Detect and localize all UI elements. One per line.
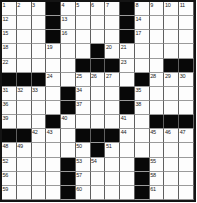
grid-cell[interactable]: 26 <box>91 73 106 87</box>
grid-cell[interactable]: 25 <box>76 73 91 87</box>
clue-number: 20 <box>106 44 112 50</box>
grid-cell[interactable]: 23 <box>120 59 135 73</box>
grid-cell[interactable]: 28 <box>150 73 165 87</box>
grid-cell[interactable] <box>120 73 135 87</box>
grid-cell[interactable] <box>76 44 91 58</box>
clue-number: 46 <box>165 129 171 135</box>
grid-cell[interactable] <box>46 59 61 73</box>
black-cell <box>2 129 17 143</box>
grid-cell[interactable]: 16 <box>61 30 76 44</box>
grid-cell[interactable]: 35 <box>135 87 150 101</box>
grid-cell[interactable] <box>32 59 47 73</box>
grid-cell[interactable] <box>105 172 120 186</box>
grid-cell[interactable]: 13 <box>61 16 76 30</box>
grid-cell[interactable]: 21 <box>120 44 135 58</box>
black-cell <box>91 129 106 143</box>
black-cell <box>135 73 150 87</box>
grid-cell[interactable]: 32 <box>17 87 32 101</box>
grid-cell[interactable] <box>61 59 76 73</box>
clue-number: 26 <box>91 73 97 79</box>
grid-cell[interactable] <box>164 158 179 172</box>
grid-cell[interactable] <box>164 101 179 115</box>
clue-number: 19 <box>47 44 53 50</box>
black-cell <box>164 59 179 73</box>
clue-number: 12 <box>3 16 9 22</box>
grid-cell[interactable]: 12 <box>2 16 17 30</box>
clue-number: 29 <box>165 73 171 79</box>
clue-number: 14 <box>135 16 141 22</box>
grid-cell[interactable]: 3 <box>32 2 47 16</box>
clue-number: 47 <box>180 129 186 135</box>
grid-cell[interactable] <box>76 16 91 30</box>
grid-cell[interactable] <box>17 59 32 73</box>
grid-cell[interactable]: 44 <box>120 129 135 143</box>
clue-number: 38 <box>135 101 141 107</box>
black-cell <box>32 73 47 87</box>
black-cell <box>17 129 32 143</box>
grid-cell[interactable] <box>150 59 165 73</box>
grid-cell[interactable]: 29 <box>164 73 179 87</box>
grid-cell[interactable]: 40 <box>61 115 76 129</box>
grid-cell[interactable] <box>17 158 32 172</box>
grid-cell[interactable]: 42 <box>32 129 47 143</box>
grid-cell[interactable] <box>150 87 165 101</box>
black-cell <box>135 186 150 200</box>
grid-cell[interactable] <box>164 87 179 101</box>
clue-number: 22 <box>3 59 9 65</box>
grid-cell[interactable]: 45 <box>150 129 165 143</box>
clue-number: 43 <box>47 129 53 135</box>
grid-cell[interactable] <box>135 115 150 129</box>
grid-cell[interactable] <box>120 172 135 186</box>
grid-cell[interactable] <box>105 30 120 44</box>
clue-number: 15 <box>3 30 9 36</box>
grid-cell[interactable] <box>150 44 165 58</box>
grid-cell[interactable]: 15 <box>2 30 17 44</box>
clue-number: 44 <box>121 129 127 135</box>
grid-cell[interactable]: 10 <box>164 2 179 16</box>
grid-cell[interactable] <box>32 16 47 30</box>
grid-cell[interactable]: 50 <box>76 143 91 157</box>
grid-cell[interactable] <box>17 101 32 115</box>
clue-number: 56 <box>3 172 9 178</box>
grid-cell[interactable] <box>46 87 61 101</box>
black-cell <box>105 129 120 143</box>
black-cell <box>2 73 17 87</box>
black-cell <box>120 2 135 16</box>
grid-cell[interactable] <box>179 30 194 44</box>
clue-number: 48 <box>3 143 9 149</box>
clue-number: 37 <box>76 101 82 107</box>
clue-number: 60 <box>76 186 82 192</box>
black-cell <box>135 172 150 186</box>
clue-number: 2 <box>17 2 20 8</box>
grid-cell[interactable]: 19 <box>46 44 61 58</box>
grid-cell[interactable] <box>91 172 106 186</box>
black-cell <box>91 44 106 58</box>
clue-number: 36 <box>3 101 9 107</box>
grid-cell[interactable] <box>32 115 47 129</box>
grid-cell[interactable]: 14 <box>135 16 150 30</box>
grid-cell[interactable] <box>105 158 120 172</box>
grid-cell[interactable] <box>61 143 76 157</box>
black-cell <box>46 115 61 129</box>
clue-number: 9 <box>150 2 153 8</box>
grid-cell[interactable]: 6 <box>91 2 106 16</box>
grid-cell[interactable] <box>32 44 47 58</box>
grid-cell[interactable]: 38 <box>135 101 150 115</box>
grid-cell[interactable] <box>150 143 165 157</box>
grid-cell[interactable] <box>164 172 179 186</box>
clue-number: 18 <box>3 44 9 50</box>
grid-cell[interactable] <box>150 16 165 30</box>
clue-number: 39 <box>3 115 9 121</box>
grid-cell[interactable] <box>46 101 61 115</box>
grid-cell[interactable] <box>179 16 194 30</box>
grid-cell[interactable] <box>32 172 47 186</box>
clue-number: 23 <box>121 59 127 65</box>
grid-cell[interactable] <box>61 129 76 143</box>
clue-number: 25 <box>76 73 82 79</box>
grid-cell[interactable]: 61 <box>150 186 165 200</box>
grid-cell[interactable] <box>91 115 106 129</box>
black-cell <box>120 101 135 115</box>
grid-cell[interactable]: 20 <box>105 44 120 58</box>
grid-cell[interactable] <box>32 143 47 157</box>
black-cell <box>17 73 32 87</box>
clue-number: 35 <box>135 87 141 93</box>
grid-cell[interactable] <box>46 172 61 186</box>
grid-cell[interactable] <box>179 172 194 186</box>
grid-cell[interactable]: 31 <box>2 87 17 101</box>
black-cell <box>46 2 61 16</box>
clue-number: 10 <box>165 2 171 8</box>
black-cell <box>76 129 91 143</box>
grid-cell[interactable] <box>61 73 76 87</box>
black-cell <box>164 115 179 129</box>
grid-cell[interactable]: 41 <box>120 115 135 129</box>
clue-number: 3 <box>32 2 35 8</box>
grid-cell[interactable] <box>179 44 194 58</box>
black-cell <box>91 143 106 157</box>
grid-cell[interactable]: 8 <box>135 2 150 16</box>
grid-cell[interactable] <box>135 44 150 58</box>
crossword-page: 1234567891011121314151617181920212223242… <box>0 0 197 203</box>
grid-cell[interactable]: 59 <box>2 186 17 200</box>
grid-cell[interactable]: 4 <box>61 2 76 16</box>
grid-cell[interactable] <box>164 16 179 30</box>
clue-number: 17 <box>135 30 141 36</box>
black-cell <box>61 186 76 200</box>
grid-cell[interactable] <box>17 44 32 58</box>
grid-cell[interactable] <box>17 115 32 129</box>
black-cell <box>120 16 135 30</box>
clue-number: 45 <box>150 129 156 135</box>
black-cell <box>105 59 120 73</box>
grid-cell[interactable] <box>179 158 194 172</box>
grid-cell[interactable] <box>17 172 32 186</box>
grid-cell[interactable] <box>135 143 150 157</box>
grid-cell[interactable] <box>164 143 179 157</box>
clue-number: 11 <box>180 2 185 8</box>
grid-cell[interactable] <box>135 129 150 143</box>
grid-cell[interactable]: 39 <box>2 115 17 129</box>
clue-number: 55 <box>150 158 156 164</box>
grid-cell[interactable] <box>91 101 106 115</box>
black-cell <box>61 87 76 101</box>
grid-cell[interactable] <box>105 16 120 30</box>
grid-cell[interactable] <box>150 30 165 44</box>
grid-cell[interactable]: 53 <box>76 158 91 172</box>
grid-cell[interactable]: 37 <box>76 101 91 115</box>
clue-number: 28 <box>150 73 156 79</box>
grid-cell[interactable] <box>105 115 120 129</box>
grid-cell[interactable] <box>179 101 194 115</box>
clue-number: 1 <box>3 2 6 8</box>
grid-cell[interactable]: 17 <box>135 30 150 44</box>
clue-number: 61 <box>150 186 156 192</box>
grid-cell[interactable]: 36 <box>2 101 17 115</box>
clue-number: 30 <box>180 73 186 79</box>
grid-cell[interactable]: 58 <box>150 172 165 186</box>
clue-number: 24 <box>47 73 53 79</box>
clue-number: 50 <box>76 143 82 149</box>
clue-number: 41 <box>121 115 127 121</box>
clue-number: 27 <box>106 73 112 79</box>
grid-cell[interactable] <box>76 30 91 44</box>
grid-cell[interactable] <box>32 30 47 44</box>
grid-cell[interactable] <box>105 87 120 101</box>
grid-cell[interactable] <box>179 87 194 101</box>
grid-cell[interactable]: 43 <box>46 129 61 143</box>
black-cell <box>179 59 194 73</box>
grid-cell[interactable] <box>46 158 61 172</box>
grid-cell[interactable] <box>91 16 106 30</box>
grid-cell[interactable] <box>105 101 120 115</box>
grid-cell[interactable] <box>32 101 47 115</box>
grid-cell[interactable]: 2 <box>17 2 32 16</box>
grid-cell[interactable]: 34 <box>76 87 91 101</box>
grid-cell[interactable] <box>17 16 32 30</box>
clue-number: 21 <box>121 44 127 50</box>
clue-number: 59 <box>3 186 9 192</box>
grid-cell[interactable]: 60 <box>76 186 91 200</box>
clue-number: 6 <box>91 2 94 8</box>
grid-cell[interactable]: 18 <box>2 44 17 58</box>
grid-cell[interactable]: 30 <box>179 73 194 87</box>
grid-cell[interactable] <box>46 143 61 157</box>
clue-number: 34 <box>76 87 82 93</box>
clue-number: 57 <box>76 172 82 178</box>
black-cell <box>150 115 165 129</box>
clue-number: 53 <box>76 158 82 164</box>
black-cell <box>76 59 91 73</box>
crossword-grid: 1234567891011121314151617181920212223242… <box>0 0 196 202</box>
grid-cell[interactable] <box>17 186 32 200</box>
grid-cell[interactable] <box>164 30 179 44</box>
black-cell <box>91 59 106 73</box>
grid-cell[interactable] <box>105 186 120 200</box>
grid-cell[interactable] <box>91 30 106 44</box>
grid-cell[interactable]: 1 <box>2 2 17 16</box>
grid-cell[interactable] <box>164 186 179 200</box>
grid-cell[interactable]: 55 <box>150 158 165 172</box>
clue-number: 52 <box>3 158 9 164</box>
grid-cell[interactable]: 48 <box>2 143 17 157</box>
clue-number: 33 <box>32 87 38 93</box>
black-cell <box>120 30 135 44</box>
grid-cell[interactable]: 49 <box>17 143 32 157</box>
clue-number: 42 <box>32 129 38 135</box>
grid-cell[interactable]: 47 <box>179 129 194 143</box>
grid-cell[interactable]: 56 <box>2 172 17 186</box>
grid-cell[interactable] <box>32 186 47 200</box>
grid-cell[interactable] <box>179 143 194 157</box>
clue-number: 13 <box>62 16 68 22</box>
clue-number: 16 <box>62 30 68 36</box>
clue-number: 58 <box>150 172 156 178</box>
grid-cell[interactable] <box>150 101 165 115</box>
grid-cell[interactable] <box>179 186 194 200</box>
grid-cell[interactable] <box>120 143 135 157</box>
clue-number: 8 <box>135 2 138 8</box>
grid-cell[interactable] <box>120 186 135 200</box>
grid-cell[interactable]: 51 <box>105 143 120 157</box>
black-cell <box>120 87 135 101</box>
clue-number: 7 <box>106 2 109 8</box>
grid-cell[interactable] <box>46 186 61 200</box>
grid-cell[interactable]: 27 <box>105 73 120 87</box>
grid-cell[interactable] <box>17 30 32 44</box>
clue-number: 40 <box>62 115 68 121</box>
grid-cell[interactable]: 46 <box>164 129 179 143</box>
black-cell <box>135 158 150 172</box>
clue-number: 51 <box>106 143 112 149</box>
black-cell <box>46 30 61 44</box>
grid-cell[interactable] <box>61 44 76 58</box>
clue-number: 5 <box>76 2 79 8</box>
clue-number: 54 <box>91 158 97 164</box>
black-cell <box>61 101 76 115</box>
grid-cell[interactable]: 11 <box>179 2 194 16</box>
clue-number: 4 <box>62 2 65 8</box>
clue-number: 49 <box>17 143 23 149</box>
grid-cell[interactable] <box>164 44 179 58</box>
black-cell <box>179 115 194 129</box>
clue-number: 32 <box>17 87 23 93</box>
grid-cell[interactable]: 22 <box>2 59 17 73</box>
grid-cell[interactable]: 33 <box>32 87 47 101</box>
grid-cell[interactable] <box>91 186 106 200</box>
grid-cell[interactable]: 24 <box>46 73 61 87</box>
black-cell <box>46 16 61 30</box>
clue-number: 31 <box>3 87 9 93</box>
grid-cell[interactable] <box>76 115 91 129</box>
grid-cell[interactable] <box>120 158 135 172</box>
grid-cell[interactable]: 57 <box>76 172 91 186</box>
grid-cell[interactable]: 52 <box>2 158 17 172</box>
grid-cell[interactable]: 7 <box>105 2 120 16</box>
grid-cell[interactable]: 5 <box>76 2 91 16</box>
grid-cell[interactable] <box>135 59 150 73</box>
grid-cell[interactable] <box>91 87 106 101</box>
grid-cell[interactable]: 9 <box>150 2 165 16</box>
black-cell <box>61 172 76 186</box>
grid-cell[interactable]: 54 <box>91 158 106 172</box>
grid-cell[interactable] <box>32 158 47 172</box>
black-cell <box>61 158 76 172</box>
